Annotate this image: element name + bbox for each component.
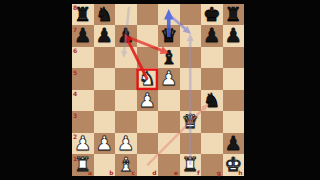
rank-label-4: 4 <box>73 90 77 97</box>
square-g1[interactable]: g <box>201 154 223 176</box>
white-queen-f3[interactable]: ♛ <box>180 111 202 133</box>
rank-label-6: 6 <box>73 47 77 54</box>
square-e8[interactable] <box>158 4 180 26</box>
square-a7[interactable]: ♟7 <box>72 25 94 47</box>
black-knight-b8[interactable]: ♞ <box>94 4 116 26</box>
square-e5[interactable]: ♟ <box>158 68 180 90</box>
white-pawn-d4[interactable]: ♟ <box>137 90 159 112</box>
white-pawn-e5[interactable]: ♟ <box>158 68 180 90</box>
square-c4[interactable] <box>115 90 137 112</box>
square-a8[interactable]: ♜8 <box>72 4 94 26</box>
square-h4[interactable] <box>223 90 245 112</box>
square-b8[interactable]: ♞ <box>94 4 116 26</box>
square-f7[interactable] <box>180 25 202 47</box>
square-h8[interactable]: ♜ <box>223 4 245 26</box>
black-queen-e7[interactable]: ♛ <box>158 25 180 47</box>
square-d1[interactable]: d <box>137 154 159 176</box>
square-h3[interactable] <box>223 111 245 133</box>
white-bishop-c1[interactable]: ♝ <box>115 154 137 176</box>
square-e4[interactable] <box>158 90 180 112</box>
square-a3[interactable]: 3 <box>72 111 94 133</box>
square-b7[interactable]: ♟ <box>94 25 116 47</box>
square-f3[interactable]: ♛ <box>180 111 202 133</box>
black-pawn-g7[interactable]: ♟ <box>201 25 223 47</box>
video-frame: ♜8♞♚♜♟7♟♟♛♟♟6♝5♞♟4♟♞3♛♟2♟♟♟♜1ab♝cde♜fg♚h <box>0 0 320 180</box>
square-c6[interactable] <box>115 47 137 69</box>
white-pawn-a2[interactable]: ♟ <box>72 133 94 155</box>
file-label-d: d <box>152 169 156 176</box>
square-c5[interactable] <box>115 68 137 90</box>
square-e1[interactable]: e <box>158 154 180 176</box>
square-b2[interactable]: ♟ <box>94 133 116 155</box>
square-a1[interactable]: ♜1a <box>72 154 94 176</box>
square-e2[interactable] <box>158 133 180 155</box>
black-pawn-c7[interactable]: ♟ <box>115 25 137 47</box>
white-pawn-c2[interactable]: ♟ <box>115 133 137 155</box>
square-h1[interactable]: ♚h <box>223 154 245 176</box>
square-g4[interactable]: ♞ <box>201 90 223 112</box>
square-b6[interactable] <box>94 47 116 69</box>
square-f8[interactable] <box>180 4 202 26</box>
square-f5[interactable] <box>180 68 202 90</box>
square-g6[interactable] <box>201 47 223 69</box>
square-f1[interactable]: ♜f <box>180 154 202 176</box>
black-pawn-a7[interactable]: ♟ <box>72 25 94 47</box>
square-h5[interactable] <box>223 68 245 90</box>
square-c7[interactable]: ♟ <box>115 25 137 47</box>
square-a2[interactable]: ♟2 <box>72 133 94 155</box>
black-pawn-b7[interactable]: ♟ <box>94 25 116 47</box>
square-f6[interactable] <box>180 47 202 69</box>
file-label-e: e <box>174 169 178 176</box>
white-rook-a1[interactable]: ♜ <box>72 154 94 176</box>
square-d2[interactable] <box>137 133 159 155</box>
square-c8[interactable] <box>115 4 137 26</box>
black-pawn-h2[interactable]: ♟ <box>223 133 245 155</box>
square-b5[interactable] <box>94 68 116 90</box>
white-pawn-b2[interactable]: ♟ <box>94 133 116 155</box>
square-d5[interactable]: ♞ <box>137 68 159 90</box>
black-rook-h8[interactable]: ♜ <box>223 4 245 26</box>
square-h6[interactable] <box>223 47 245 69</box>
square-g3[interactable] <box>201 111 223 133</box>
square-g5[interactable] <box>201 68 223 90</box>
square-a4[interactable]: 4 <box>72 90 94 112</box>
file-label-g: g <box>217 169 221 176</box>
square-c2[interactable]: ♟ <box>115 133 137 155</box>
square-d4[interactable]: ♟ <box>137 90 159 112</box>
chess-board[interactable]: ♜8♞♚♜♟7♟♟♛♟♟6♝5♞♟4♟♞3♛♟2♟♟♟♜1ab♝cde♜fg♚h <box>72 4 244 176</box>
square-c3[interactable] <box>115 111 137 133</box>
square-d3[interactable] <box>137 111 159 133</box>
white-rook-f1[interactable]: ♜ <box>180 154 202 176</box>
square-g2[interactable] <box>201 133 223 155</box>
square-d7[interactable] <box>137 25 159 47</box>
black-rook-a8[interactable]: ♜ <box>72 4 94 26</box>
black-pawn-h7[interactable]: ♟ <box>223 25 245 47</box>
square-e3[interactable] <box>158 111 180 133</box>
square-a6[interactable]: 6 <box>72 47 94 69</box>
square-f2[interactable] <box>180 133 202 155</box>
black-bishop-e6[interactable]: ♝ <box>158 47 180 69</box>
square-e6[interactable]: ♝ <box>158 47 180 69</box>
square-h2[interactable]: ♟ <box>223 133 245 155</box>
square-b4[interactable] <box>94 90 116 112</box>
square-g8[interactable]: ♚ <box>201 4 223 26</box>
black-king-g8[interactable]: ♚ <box>201 4 223 26</box>
black-knight-g4[interactable]: ♞ <box>201 90 223 112</box>
white-king-h1[interactable]: ♚ <box>223 154 245 176</box>
square-d6[interactable] <box>137 47 159 69</box>
square-b3[interactable] <box>94 111 116 133</box>
square-d8[interactable] <box>137 4 159 26</box>
square-h7[interactable]: ♟ <box>223 25 245 47</box>
square-a5[interactable]: 5 <box>72 68 94 90</box>
square-b1[interactable]: b <box>94 154 116 176</box>
rank-label-3: 3 <box>73 112 77 119</box>
file-label-b: b <box>109 169 113 176</box>
rank-label-5: 5 <box>73 69 77 76</box>
square-e7[interactable]: ♛ <box>158 25 180 47</box>
square-f4[interactable] <box>180 90 202 112</box>
square-g7[interactable]: ♟ <box>201 25 223 47</box>
square-c1[interactable]: ♝c <box>115 154 137 176</box>
white-knight-d5[interactable]: ♞ <box>137 68 159 90</box>
